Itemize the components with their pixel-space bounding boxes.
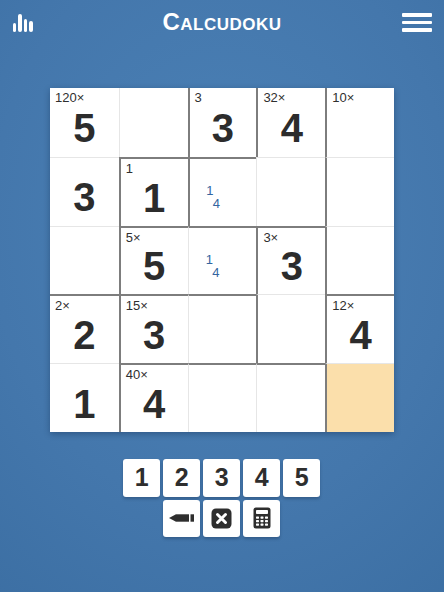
cell-r3c3[interactable] xyxy=(256,294,325,363)
cell-r4c0[interactable]: 1 xyxy=(50,363,119,432)
clear-button[interactable] xyxy=(203,500,240,538)
clear-x-icon xyxy=(211,508,232,529)
cell-r2c3[interactable]: 3×3 xyxy=(256,226,325,295)
cell-value: 3 xyxy=(190,88,257,157)
cell-r4c4[interactable] xyxy=(325,363,394,432)
cell-r0c0[interactable]: 120×5 xyxy=(50,88,119,157)
cage-label: 10× xyxy=(332,91,354,104)
cell-r3c1[interactable]: 15×3 xyxy=(119,294,188,363)
cell-r1c4[interactable] xyxy=(325,157,394,226)
cell-value: 3 xyxy=(50,158,119,226)
cell-r1c3[interactable] xyxy=(256,157,325,226)
cell-r0c4[interactable]: 10× xyxy=(325,88,394,157)
cell-r2c4[interactable] xyxy=(325,226,394,295)
number-keypad: 12345 xyxy=(123,459,320,497)
cell-r3c4[interactable]: 12×4 xyxy=(325,294,394,363)
cell-r0c1[interactable] xyxy=(119,88,188,157)
puzzle-board: 120×53332×410×311145×5143×32×215×312×414… xyxy=(50,88,394,432)
key-4[interactable]: 4 xyxy=(243,459,280,497)
cell-value: 1 xyxy=(50,364,119,432)
cell-value: 5 xyxy=(121,228,188,295)
cell-value: 3 xyxy=(121,296,188,363)
cell-r2c2[interactable]: 14 xyxy=(188,226,257,295)
header: Calcudoku xyxy=(0,0,444,46)
tool-keypad xyxy=(163,500,280,538)
cell-r3c2[interactable] xyxy=(188,294,257,363)
cell-r2c1[interactable]: 5×5 xyxy=(119,226,188,295)
cell-r0c3[interactable]: 32×4 xyxy=(256,88,325,157)
cell-value: 2 xyxy=(50,296,119,363)
cell-r3c0[interactable]: 2×2 xyxy=(50,294,119,363)
pencil-marks: 14 xyxy=(190,159,257,226)
key-5[interactable]: 5 xyxy=(283,459,320,497)
cell-value: 5 xyxy=(50,88,119,157)
key-3[interactable]: 3 xyxy=(203,459,240,497)
app-title: Calcudoku xyxy=(0,8,444,36)
cell-r0c2[interactable]: 33 xyxy=(188,88,257,157)
cell-r1c0[interactable]: 3 xyxy=(50,157,119,226)
pencil-button[interactable] xyxy=(163,500,200,538)
pencil-icon xyxy=(169,513,195,523)
cell-r4c1[interactable]: 40×4 xyxy=(119,363,188,432)
key-2[interactable]: 2 xyxy=(163,459,200,497)
cell-value: 4 xyxy=(121,365,188,432)
cell-value: 3 xyxy=(258,228,325,295)
cell-value: 4 xyxy=(327,296,394,363)
cell-r1c1[interactable]: 11 xyxy=(119,157,188,226)
cell-value: 1 xyxy=(121,159,188,226)
cell-r4c3[interactable] xyxy=(256,363,325,432)
cell-value: 4 xyxy=(258,88,325,157)
cell-r1c2[interactable]: 14 xyxy=(188,157,257,226)
calculator-button[interactable] xyxy=(243,500,280,538)
cell-r4c2[interactable] xyxy=(188,363,257,432)
calculator-icon xyxy=(253,507,271,529)
menu-button[interactable] xyxy=(402,13,432,32)
cell-r2c0[interactable] xyxy=(50,226,119,295)
pencil-marks: 14 xyxy=(189,228,257,295)
key-1[interactable]: 1 xyxy=(123,459,160,497)
